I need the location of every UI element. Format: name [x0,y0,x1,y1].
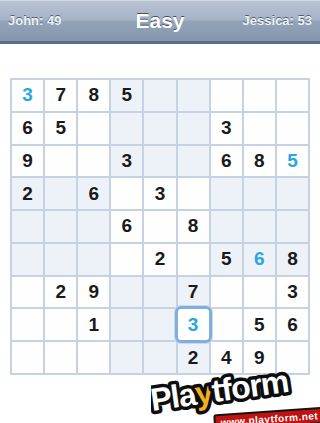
cell-r2c7[interactable]: 3 [211,113,242,144]
cell-r9c5[interactable] [144,342,175,373]
cell-r6c3[interactable] [78,244,109,275]
cell-r3c9[interactable]: 5 [277,146,308,177]
cell-r4c6[interactable] [178,178,209,209]
cell-r3c6[interactable] [178,146,209,177]
cell-r6c7[interactable]: 5 [211,244,242,275]
cell-r7c7[interactable] [211,277,242,308]
cell-r1c2[interactable]: 7 [45,80,76,111]
cell-r1c5[interactable] [144,80,175,111]
cell-r3c8[interactable]: 8 [244,146,275,177]
cell-r5c8[interactable] [244,211,275,242]
cell-r4c8[interactable] [244,178,275,209]
cell-r9c7[interactable]: 4 [211,342,242,373]
cell-r1c3[interactable]: 8 [78,80,109,111]
cell-r9c3[interactable] [78,342,109,373]
cell-r6c9[interactable]: 8 [277,244,308,275]
playtform-logo: Playtform [151,370,290,418]
cell-r4c1[interactable]: 2 [12,178,43,209]
cell-r5c1[interactable] [12,211,43,242]
cell-r3c7[interactable]: 6 [211,146,242,177]
cell-r6c6[interactable] [178,244,209,275]
watermark-url: www.playtform.net [219,410,318,423]
cell-r4c5[interactable]: 3 [144,178,175,209]
cell-r3c4[interactable]: 3 [111,146,142,177]
cell-r9c6[interactable]: 2 [178,342,209,373]
cell-r5c6[interactable]: 8 [178,211,209,242]
cell-r8c2[interactable] [45,309,76,340]
cell-r7c5[interactable] [144,277,175,308]
right-player-score: Jessica: 53 [235,13,320,28]
cell-r4c7[interactable] [211,178,242,209]
cell-r8c7[interactable] [211,309,242,340]
cell-r8c4[interactable] [111,309,142,340]
cell-r6c1[interactable] [12,244,43,275]
cell-r5c9[interactable] [277,211,308,242]
cell-r9c8[interactable]: 9 [244,342,275,373]
cell-r6c8[interactable]: 6 [244,244,275,275]
cell-r8c6[interactable]: 3 [178,309,209,340]
cell-r8c3[interactable]: 1 [78,309,109,340]
cell-r7c2[interactable]: 2 [45,277,76,308]
cell-r5c4[interactable]: 6 [111,211,142,242]
cell-r1c6[interactable] [178,80,209,111]
cell-r5c5[interactable] [144,211,175,242]
cell-r7c8[interactable] [244,277,275,308]
nav-bar: John: 49 Easy Jessica: 53 [0,0,320,44]
cell-r2c9[interactable] [277,113,308,144]
cell-r7c6[interactable]: 7 [178,277,209,308]
cell-r7c3[interactable]: 9 [78,277,109,308]
cell-r3c3[interactable] [78,146,109,177]
logo-part-tform: tform [209,370,290,409]
cell-r7c4[interactable] [111,277,142,308]
cell-r9c1[interactable] [12,342,43,373]
cell-r9c2[interactable] [45,342,76,373]
cell-r9c9[interactable] [277,342,308,373]
cell-r4c9[interactable] [277,178,308,209]
cell-r2c6[interactable] [178,113,209,144]
logo-part-pla: Pla [151,376,199,418]
cell-r5c2[interactable] [45,211,76,242]
cell-r1c8[interactable] [244,80,275,111]
svg-text:Playtform: Playtform [151,370,290,418]
cell-r2c5[interactable] [144,113,175,144]
cell-r7c9[interactable]: 3 [277,277,308,308]
cell-r8c9[interactable]: 6 [277,309,308,340]
cell-r4c3[interactable]: 6 [78,178,109,209]
left-player-score: John: 49 [0,13,69,28]
playtform-watermark: www.playtform.net Playtform [151,370,320,423]
cell-r3c5[interactable] [144,146,175,177]
cell-r6c2[interactable] [45,244,76,275]
cell-r3c1[interactable]: 9 [12,146,43,177]
cell-r8c5[interactable] [144,309,175,340]
cell-r2c4[interactable] [111,113,142,144]
cell-r5c3[interactable] [78,211,109,242]
cell-r4c4[interactable] [111,178,142,209]
cell-r8c1[interactable] [12,309,43,340]
cell-r6c5[interactable]: 2 [144,244,175,275]
cell-r1c4[interactable]: 5 [111,80,142,111]
cell-r8c8[interactable]: 5 [244,309,275,340]
cell-r7c1[interactable] [12,277,43,308]
sudoku-grid: 37856539368526368256829731356249 [10,78,310,375]
cell-r2c3[interactable] [78,113,109,144]
cell-r1c7[interactable] [211,80,242,111]
logo-part-y: y [193,373,216,411]
cell-r1c9[interactable] [277,80,308,111]
cell-r6c4[interactable] [111,244,142,275]
cell-r9c4[interactable] [111,342,142,373]
cell-r2c1[interactable]: 6 [12,113,43,144]
cell-r3c2[interactable] [45,146,76,177]
cell-r4c2[interactable] [45,178,76,209]
cell-r2c2[interactable]: 5 [45,113,76,144]
cell-r1c1[interactable]: 3 [12,80,43,111]
cell-r2c8[interactable] [244,113,275,144]
cell-r5c7[interactable] [211,211,242,242]
playtform-url-bar: www.playtform.net [214,408,320,423]
